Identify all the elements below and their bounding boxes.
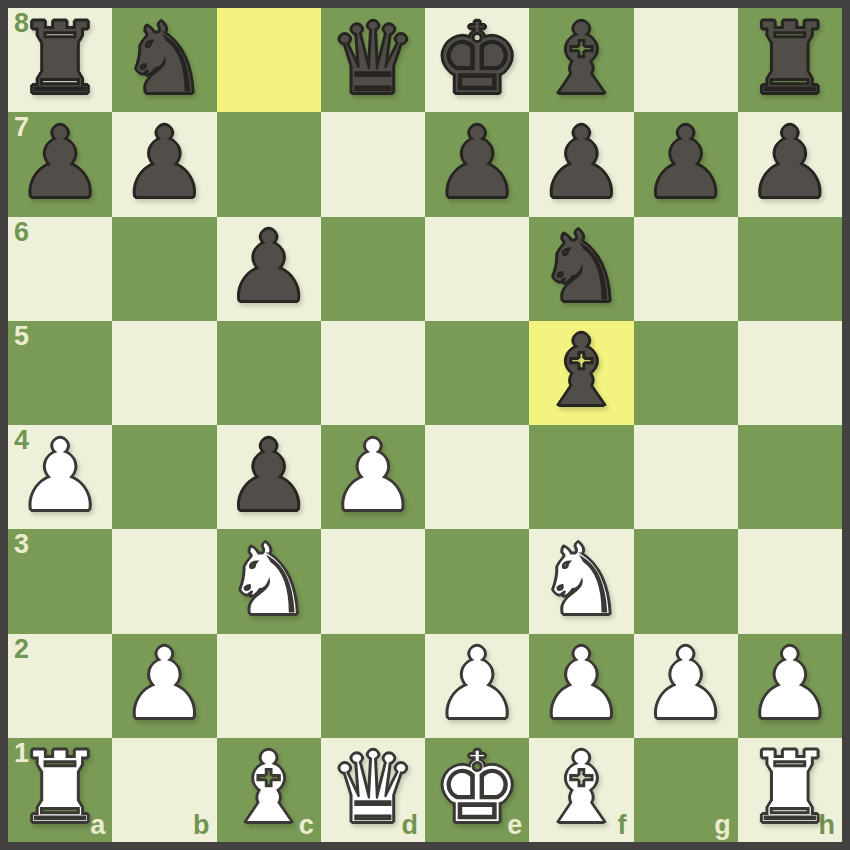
square-g6[interactable] [634, 217, 738, 321]
piece-white-pawn[interactable]: ♟ [120, 634, 209, 733]
square-c1[interactable]: c♝ [217, 738, 321, 842]
square-g4[interactable] [634, 425, 738, 529]
piece-white-pawn[interactable]: ♟ [537, 634, 626, 733]
square-g1[interactable]: g [634, 738, 738, 842]
square-h1[interactable]: h♜ [738, 738, 842, 842]
file-label-b: b [193, 812, 210, 839]
square-c4[interactable]: ♟ [217, 425, 321, 529]
square-f2[interactable]: ♟ [529, 634, 633, 738]
square-g8[interactable] [634, 8, 738, 112]
square-g7[interactable]: ♟ [634, 112, 738, 216]
piece-white-king[interactable]: ♚ [433, 738, 522, 837]
rank-label-6: 6 [14, 219, 29, 246]
square-b7[interactable]: ♟ [112, 112, 216, 216]
square-h6[interactable] [738, 217, 842, 321]
square-a7[interactable]: 7♟ [8, 112, 112, 216]
rank-label-2: 2 [14, 636, 29, 663]
square-a3[interactable]: 3 [8, 529, 112, 633]
chess-board: 8♜♞♛♚♝♜7♟♟♟♟♟♟6♟♞5♝4♟♟♟3♞♞2♟♟♟♟♟1a♜bc♝d♛… [8, 8, 842, 842]
square-f6[interactable]: ♞ [529, 217, 633, 321]
piece-black-pawn[interactable]: ♟ [745, 113, 834, 212]
square-f8[interactable]: ♝ [529, 8, 633, 112]
piece-black-pawn[interactable]: ♟ [16, 113, 105, 212]
square-e4[interactable] [425, 425, 529, 529]
square-a5[interactable]: 5 [8, 321, 112, 425]
square-c5[interactable] [217, 321, 321, 425]
square-b3[interactable] [112, 529, 216, 633]
square-d6[interactable] [321, 217, 425, 321]
piece-white-pawn[interactable]: ♟ [16, 426, 105, 525]
piece-white-pawn[interactable]: ♟ [328, 426, 417, 525]
square-e8[interactable]: ♚ [425, 8, 529, 112]
square-h7[interactable]: ♟ [738, 112, 842, 216]
square-b4[interactable] [112, 425, 216, 529]
piece-white-knight[interactable]: ♞ [537, 530, 626, 629]
file-label-g: g [714, 812, 731, 839]
rank-label-5: 5 [14, 323, 29, 350]
square-f1[interactable]: f♝ [529, 738, 633, 842]
square-h4[interactable] [738, 425, 842, 529]
piece-black-knight[interactable]: ♞ [537, 217, 626, 316]
square-f4[interactable] [529, 425, 633, 529]
piece-black-pawn[interactable]: ♟ [537, 113, 626, 212]
square-c7[interactable] [217, 112, 321, 216]
piece-black-bishop[interactable]: ♝ [537, 9, 626, 108]
square-a6[interactable]: 6 [8, 217, 112, 321]
piece-black-rook[interactable]: ♜ [16, 9, 105, 108]
square-e7[interactable]: ♟ [425, 112, 529, 216]
piece-white-bishop[interactable]: ♝ [224, 738, 313, 837]
piece-black-queen[interactable]: ♛ [328, 9, 417, 108]
piece-white-knight[interactable]: ♞ [224, 530, 313, 629]
square-h8[interactable]: ♜ [738, 8, 842, 112]
piece-black-pawn[interactable]: ♟ [433, 113, 522, 212]
square-f3[interactable]: ♞ [529, 529, 633, 633]
piece-black-pawn[interactable]: ♟ [641, 113, 730, 212]
piece-black-knight[interactable]: ♞ [120, 9, 209, 108]
square-b1[interactable]: b [112, 738, 216, 842]
square-a4[interactable]: 4♟ [8, 425, 112, 529]
piece-white-queen[interactable]: ♛ [328, 738, 417, 837]
square-d1[interactable]: d♛ [321, 738, 425, 842]
board-frame: 8♜♞♛♚♝♜7♟♟♟♟♟♟6♟♞5♝4♟♟♟3♞♞2♟♟♟♟♟1a♜bc♝d♛… [0, 0, 850, 850]
square-g3[interactable] [634, 529, 738, 633]
square-d4[interactable]: ♟ [321, 425, 425, 529]
piece-black-bishop[interactable]: ♝ [537, 321, 626, 420]
piece-white-bishop[interactable]: ♝ [537, 738, 626, 837]
piece-white-pawn[interactable]: ♟ [745, 634, 834, 733]
square-e1[interactable]: e♚ [425, 738, 529, 842]
square-h3[interactable] [738, 529, 842, 633]
square-g2[interactable]: ♟ [634, 634, 738, 738]
square-b2[interactable]: ♟ [112, 634, 216, 738]
square-g5[interactable] [634, 321, 738, 425]
square-h5[interactable] [738, 321, 842, 425]
square-c6[interactable]: ♟ [217, 217, 321, 321]
square-d8[interactable]: ♛ [321, 8, 425, 112]
square-a1[interactable]: 1a♜ [8, 738, 112, 842]
square-a2[interactable]: 2 [8, 634, 112, 738]
piece-white-pawn[interactable]: ♟ [641, 634, 730, 733]
square-e5[interactable] [425, 321, 529, 425]
square-f5[interactable]: ♝ [529, 321, 633, 425]
square-a8[interactable]: 8♜ [8, 8, 112, 112]
square-d2[interactable] [321, 634, 425, 738]
square-e2[interactable]: ♟ [425, 634, 529, 738]
square-c2[interactable] [217, 634, 321, 738]
piece-white-rook[interactable]: ♜ [745, 738, 834, 837]
piece-white-pawn[interactable]: ♟ [433, 634, 522, 733]
square-c3[interactable]: ♞ [217, 529, 321, 633]
square-b6[interactable] [112, 217, 216, 321]
piece-black-king[interactable]: ♚ [433, 9, 522, 108]
piece-white-rook[interactable]: ♜ [16, 738, 105, 837]
square-f7[interactable]: ♟ [529, 112, 633, 216]
square-e6[interactable] [425, 217, 529, 321]
piece-black-pawn[interactable]: ♟ [224, 217, 313, 316]
square-b8[interactable]: ♞ [112, 8, 216, 112]
piece-black-pawn[interactable]: ♟ [120, 113, 209, 212]
square-c8[interactable] [217, 8, 321, 112]
square-b5[interactable] [112, 321, 216, 425]
square-e3[interactable] [425, 529, 529, 633]
piece-black-pawn[interactable]: ♟ [224, 426, 313, 525]
piece-black-rook[interactable]: ♜ [745, 9, 834, 108]
square-d7[interactable] [321, 112, 425, 216]
square-d5[interactable] [321, 321, 425, 425]
square-d3[interactable] [321, 529, 425, 633]
rank-label-3: 3 [14, 531, 29, 558]
square-h2[interactable]: ♟ [738, 634, 842, 738]
